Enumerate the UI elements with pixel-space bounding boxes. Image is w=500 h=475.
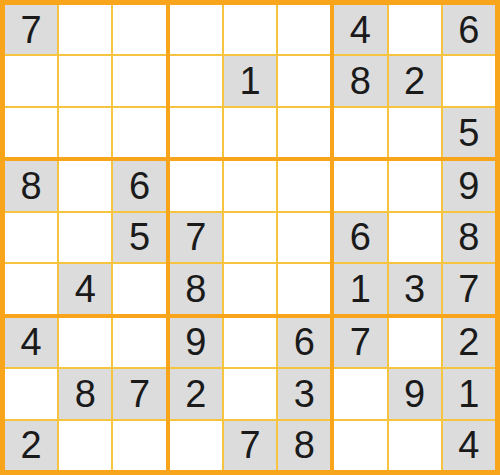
cell-r1c7[interactable]: 4 xyxy=(334,5,386,54)
cell-r4c6[interactable] xyxy=(278,161,330,210)
cell-r7c9[interactable]: 2 xyxy=(443,318,495,367)
cell-r4c2[interactable] xyxy=(59,161,111,210)
cell-r8c9[interactable]: 1 xyxy=(443,369,495,418)
cell-r5c3[interactable]: 5 xyxy=(113,213,165,262)
box-7: 4872 xyxy=(5,318,166,470)
cell-r5c8[interactable] xyxy=(389,213,441,262)
box-9: 72914 xyxy=(334,318,495,470)
cell-r6c5[interactable] xyxy=(224,264,276,313)
box-6: 968137 xyxy=(334,161,495,313)
cell-r5c7[interactable]: 6 xyxy=(334,213,386,262)
cell-r4c5[interactable] xyxy=(224,161,276,210)
cell-r2c3[interactable] xyxy=(113,56,165,105)
cell-r1c3[interactable] xyxy=(113,5,165,54)
cell-r9c4[interactable] xyxy=(170,421,222,470)
cell-r1c4[interactable] xyxy=(170,5,222,54)
cell-r8c5[interactable] xyxy=(224,369,276,418)
cell-r2c8[interactable]: 2 xyxy=(389,56,441,105)
cell-r7c2[interactable] xyxy=(59,318,111,367)
cell-r2c6[interactable] xyxy=(278,56,330,105)
cell-r2c9[interactable] xyxy=(443,56,495,105)
cell-r9c5[interactable]: 7 xyxy=(224,421,276,470)
cell-r2c1[interactable] xyxy=(5,56,57,105)
cell-r1c2[interactable] xyxy=(59,5,111,54)
cell-r3c6[interactable] xyxy=(278,108,330,157)
cell-r2c5[interactable]: 1 xyxy=(224,56,276,105)
box-2: 1 xyxy=(170,5,331,157)
cell-r1c8[interactable] xyxy=(389,5,441,54)
cell-r6c2[interactable]: 4 xyxy=(59,264,111,313)
cell-r5c2[interactable] xyxy=(59,213,111,262)
cell-r4c7[interactable] xyxy=(334,161,386,210)
cell-r9c1[interactable]: 2 xyxy=(5,421,57,470)
cell-r3c4[interactable] xyxy=(170,108,222,157)
cell-r8c4[interactable]: 2 xyxy=(170,369,222,418)
box-1: 7 xyxy=(5,5,166,157)
cell-r8c6[interactable]: 3 xyxy=(278,369,330,418)
cell-r7c6[interactable]: 6 xyxy=(278,318,330,367)
cell-r9c3[interactable] xyxy=(113,421,165,470)
box-4: 8654 xyxy=(5,161,166,313)
cell-r5c1[interactable] xyxy=(5,213,57,262)
cell-r9c9[interactable]: 4 xyxy=(443,421,495,470)
cell-r3c1[interactable] xyxy=(5,108,57,157)
cell-r7c3[interactable] xyxy=(113,318,165,367)
cell-r2c4[interactable] xyxy=(170,56,222,105)
cell-r9c8[interactable] xyxy=(389,421,441,470)
cell-r3c9[interactable]: 5 xyxy=(443,108,495,157)
cell-r5c9[interactable]: 8 xyxy=(443,213,495,262)
cell-r7c5[interactable] xyxy=(224,318,276,367)
cell-r7c4[interactable]: 9 xyxy=(170,318,222,367)
cell-r4c1[interactable]: 8 xyxy=(5,161,57,210)
cell-r6c8[interactable]: 3 xyxy=(389,264,441,313)
cell-r4c8[interactable] xyxy=(389,161,441,210)
box-8: 962378 xyxy=(170,318,331,470)
cell-r2c7[interactable]: 8 xyxy=(334,56,386,105)
cell-r8c8[interactable]: 9 xyxy=(389,369,441,418)
cell-r6c3[interactable] xyxy=(113,264,165,313)
cell-r9c6[interactable]: 8 xyxy=(278,421,330,470)
cell-r6c6[interactable] xyxy=(278,264,330,313)
cell-r7c1[interactable]: 4 xyxy=(5,318,57,367)
cell-r5c4[interactable]: 7 xyxy=(170,213,222,262)
cell-r1c6[interactable] xyxy=(278,5,330,54)
cell-r8c3[interactable]: 7 xyxy=(113,369,165,418)
cell-r5c6[interactable] xyxy=(278,213,330,262)
cell-r8c1[interactable] xyxy=(5,369,57,418)
cell-r4c9[interactable]: 9 xyxy=(443,161,495,210)
cell-r3c3[interactable] xyxy=(113,108,165,157)
sudoku-board: 7146825865478968137487296237872914 xyxy=(0,0,500,475)
box-5: 78 xyxy=(170,161,331,313)
cell-r7c7[interactable]: 7 xyxy=(334,318,386,367)
cell-r1c9[interactable]: 6 xyxy=(443,5,495,54)
cell-r8c7[interactable] xyxy=(334,369,386,418)
cell-r3c7[interactable] xyxy=(334,108,386,157)
cell-r9c7[interactable] xyxy=(334,421,386,470)
cell-r1c5[interactable] xyxy=(224,5,276,54)
cell-r9c2[interactable] xyxy=(59,421,111,470)
cell-r6c1[interactable] xyxy=(5,264,57,313)
cell-r3c5[interactable] xyxy=(224,108,276,157)
cell-r7c8[interactable] xyxy=(389,318,441,367)
cell-r5c5[interactable] xyxy=(224,213,276,262)
cell-r3c2[interactable] xyxy=(59,108,111,157)
box-3: 46825 xyxy=(334,5,495,157)
cell-r2c2[interactable] xyxy=(59,56,111,105)
cell-r4c4[interactable] xyxy=(170,161,222,210)
cell-r6c7[interactable]: 1 xyxy=(334,264,386,313)
cell-r6c4[interactable]: 8 xyxy=(170,264,222,313)
cell-r6c9[interactable]: 7 xyxy=(443,264,495,313)
cell-r8c2[interactable]: 8 xyxy=(59,369,111,418)
cell-r3c8[interactable] xyxy=(389,108,441,157)
cell-r4c3[interactable]: 6 xyxy=(113,161,165,210)
cell-r1c1[interactable]: 7 xyxy=(5,5,57,54)
